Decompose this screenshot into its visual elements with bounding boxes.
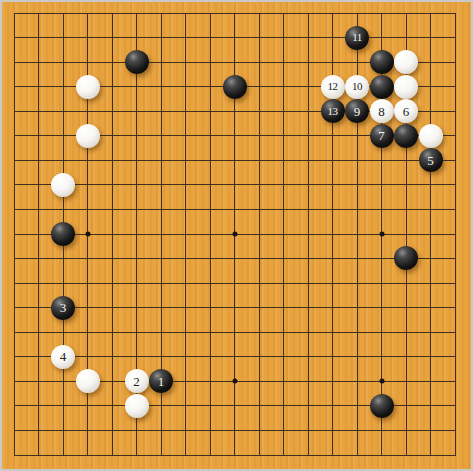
go-stone-white-Q17 — [394, 50, 418, 74]
go-stone-black-R13: 5 — [419, 148, 443, 172]
go-stone-white-R14 — [419, 124, 443, 148]
go-stone-black-P16 — [370, 75, 394, 99]
go-stone-black-K16 — [223, 75, 247, 99]
go-stone-white-C5: 4 — [51, 345, 75, 369]
move-number-label: 5 — [427, 154, 434, 167]
move-number-label: 12 — [328, 81, 338, 92]
move-number-label: 13 — [328, 106, 338, 117]
move-number-label: 2 — [133, 375, 140, 388]
move-number-label: 4 — [60, 350, 67, 363]
go-stone-black-G4: 1 — [149, 369, 173, 393]
go-stone-black-P17 — [370, 50, 394, 74]
go-stone-black-R9 — [394, 246, 418, 270]
move-number-label: 8 — [378, 105, 385, 118]
stones-grid: 34211112101398675 — [2, 1, 468, 467]
go-stone-white-F4: 2 — [125, 369, 149, 393]
go-stone-white-C12 — [51, 173, 75, 197]
go-stone-white-Q16 — [394, 75, 418, 99]
go-board[interactable]: 34211112101398675 — [0, 0, 473, 471]
go-stone-black-O18: 11 — [345, 26, 369, 50]
go-stone-black-Q3 — [370, 394, 394, 418]
go-stone-black-C7: 3 — [51, 296, 75, 320]
go-stone-white-D16 — [76, 75, 100, 99]
go-stone-white-D4 — [76, 369, 100, 393]
go-stone-black-F17 — [125, 50, 149, 74]
move-number-label: 1 — [158, 375, 165, 388]
go-stone-black-O15: 9 — [345, 99, 369, 123]
go-stone-black-Q14 — [394, 124, 418, 148]
go-stone-white-D14 — [76, 124, 100, 148]
move-number-label: 7 — [378, 129, 385, 142]
move-number-label: 9 — [354, 105, 361, 118]
go-stone-black-N15: 13 — [321, 99, 345, 123]
go-stone-black-C10 — [51, 222, 75, 246]
move-number-label: 3 — [60, 301, 67, 314]
move-number-label: 11 — [352, 32, 362, 43]
go-stone-white-N16: 12 — [321, 75, 345, 99]
go-stone-white-Q15: 6 — [394, 99, 418, 123]
move-number-label: 10 — [352, 81, 362, 92]
go-stone-black-P14: 7 — [370, 124, 394, 148]
move-number-label: 6 — [403, 105, 410, 118]
go-stone-white-O16: 10 — [345, 75, 369, 99]
go-stone-white-P15: 8 — [370, 99, 394, 123]
go-stone-white-F3 — [125, 394, 149, 418]
